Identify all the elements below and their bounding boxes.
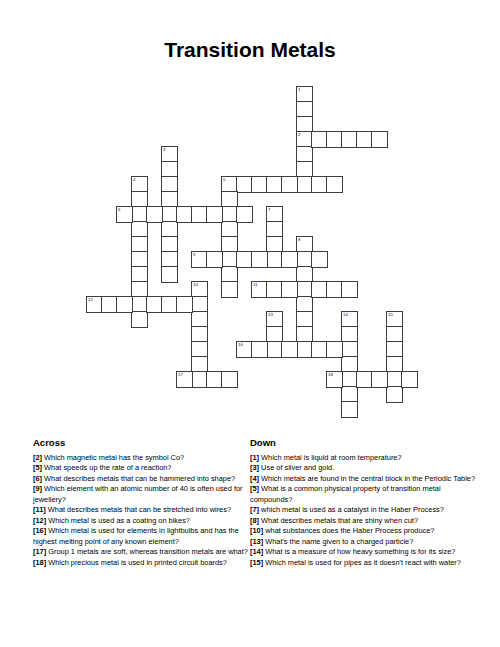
grid-cell[interactable] xyxy=(221,371,238,388)
clue-across-16: [16] Which metal is used for elements in… xyxy=(33,526,251,547)
grid-cell[interactable] xyxy=(326,341,343,358)
grid-cell[interactable] xyxy=(251,251,268,268)
cell-number: 14 xyxy=(343,312,348,316)
cell-number: 8 xyxy=(298,237,300,241)
clue-down-14: [14] What is a measure of how heavy some… xyxy=(250,547,478,558)
crossword-grid: 123456789101112131415161718 xyxy=(86,86,420,420)
grid-cell[interactable] xyxy=(116,296,133,313)
clue-across-17: [17] Group 1 metals are soft, whereas tr… xyxy=(33,547,251,558)
page-title: Transition Metals xyxy=(0,38,500,62)
cell-number: 5 xyxy=(223,177,225,181)
clue-across-11: [11] What describes metals that can be s… xyxy=(33,505,251,516)
cell-number: 9 xyxy=(193,252,195,256)
clue-down-15: [15] Which metal is used for pipes as it… xyxy=(250,558,478,569)
grid-cell[interactable] xyxy=(341,401,358,418)
page: Transition Metals 1234567891011121314151… xyxy=(0,0,500,647)
cell-number: 11 xyxy=(253,282,257,286)
grid-cell[interactable]: 17 xyxy=(176,371,193,388)
grid-cell[interactable] xyxy=(371,131,388,148)
cell-number: 17 xyxy=(178,372,183,376)
grid-cell[interactable] xyxy=(251,341,268,358)
grid-cell[interactable] xyxy=(311,251,328,268)
cell-number: 2 xyxy=(298,132,300,136)
clue-across-5: [5] What speeds up the rate of a reactio… xyxy=(33,463,251,474)
clue-across-2: [2] Which magnetic metal has the symbol … xyxy=(33,453,251,464)
cell-number: 16 xyxy=(238,342,243,346)
clue-down-10: [10] what substances does the Haber Proc… xyxy=(250,526,478,537)
grid-cell[interactable] xyxy=(236,206,253,223)
grid-cell[interactable] xyxy=(341,281,358,298)
grid-cell[interactable] xyxy=(281,176,298,193)
grid-cell[interactable] xyxy=(371,371,388,388)
grid-cell[interactable] xyxy=(401,371,418,388)
cell-number: 10 xyxy=(193,282,198,286)
grid-cell[interactable] xyxy=(326,176,343,193)
grid-cell[interactable] xyxy=(206,206,223,223)
grid-cell[interactable] xyxy=(281,341,298,358)
grid-cell[interactable] xyxy=(386,386,403,403)
clue-down-13: [13] What's the name given to a charged … xyxy=(250,537,478,548)
cell-number: 3 xyxy=(163,147,165,151)
clue-across-18: [18] Which precious metal is used in pri… xyxy=(33,558,251,569)
across-header: Across xyxy=(33,437,251,448)
grid-cell[interactable] xyxy=(161,266,178,283)
clue-down-5: [5] What is a common physical property o… xyxy=(250,484,478,505)
grid-cell[interactable] xyxy=(221,281,238,298)
grid-cell[interactable] xyxy=(176,296,193,313)
clue-down-4: [4] Which metals are found in the centra… xyxy=(250,474,478,485)
clue-down-3: [3] Use of silver and gold. xyxy=(250,463,478,474)
clue-across-6: [6] What describes metals that can be ha… xyxy=(33,474,251,485)
down-clues-list: [1] Which metal is liquid at room temper… xyxy=(250,453,478,569)
clue-down-1: [1] Which metal is liquid at room temper… xyxy=(250,453,478,464)
grid-cell[interactable] xyxy=(281,251,298,268)
cell-number: 7 xyxy=(268,207,270,211)
down-header: Down xyxy=(250,437,478,448)
cell-number: 12 xyxy=(88,297,93,301)
cell-number: 13 xyxy=(268,312,273,316)
grid-cell[interactable] xyxy=(131,311,148,328)
across-clues-list: [2] Which magnetic metal has the symbol … xyxy=(33,453,251,569)
cell-number: 18 xyxy=(328,372,333,376)
grid-cell[interactable] xyxy=(146,206,163,223)
clue-down-7: [7] which metal is used as a catalyst in… xyxy=(250,505,478,516)
clue-down-8: [8] What describes metals that are shiny… xyxy=(250,516,478,527)
cell-number: 15 xyxy=(388,312,393,316)
grid-cell[interactable] xyxy=(281,281,298,298)
grid-cell[interactable]: 6 xyxy=(116,206,133,223)
cell-number: 6 xyxy=(118,207,120,211)
grid-cell[interactable] xyxy=(206,251,223,268)
across-clues: Across [2] Which magnetic metal has the … xyxy=(33,437,251,568)
down-clues: Down [1] Which metal is liquid at room t… xyxy=(250,437,478,568)
clue-across-9: [9] Which element with an atomic number … xyxy=(33,484,251,505)
clue-across-12: [12] Which metal is used as a coating on… xyxy=(33,516,251,527)
cell-number: 1 xyxy=(298,87,300,91)
cell-number: 4 xyxy=(133,177,135,181)
grid-cell[interactable]: 18 xyxy=(326,371,343,388)
